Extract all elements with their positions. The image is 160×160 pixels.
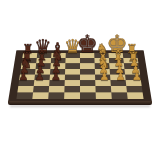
piece-dark-pawn-a4: ♟	[18, 71, 28, 82]
chess-set-photo: ♜♛♝♚♛♞♚♜♜♝♞♝♝♜♞♟♟♞♟♟♟♟♟♟♟♟♟♟♟♟♟♟	[0, 0, 160, 160]
piece-light-pawn-g4: ♟	[115, 71, 125, 82]
pieces-layer: ♜♛♝♚♛♞♚♜♜♝♞♝♝♜♞♟♟♞♟♟♟♟♟♟♟♟♟♟♟♟♟♟	[0, 0, 160, 160]
piece-light-pawn-f4: ♟	[99, 71, 109, 82]
piece-light-pawn-h4: ♟	[132, 71, 142, 82]
piece-dark-pawn-c4: ♟	[51, 71, 61, 82]
piece-dark-pawn-b4: ♟	[34, 71, 44, 82]
piece-dark-king-e8: ♚	[77, 33, 98, 57]
